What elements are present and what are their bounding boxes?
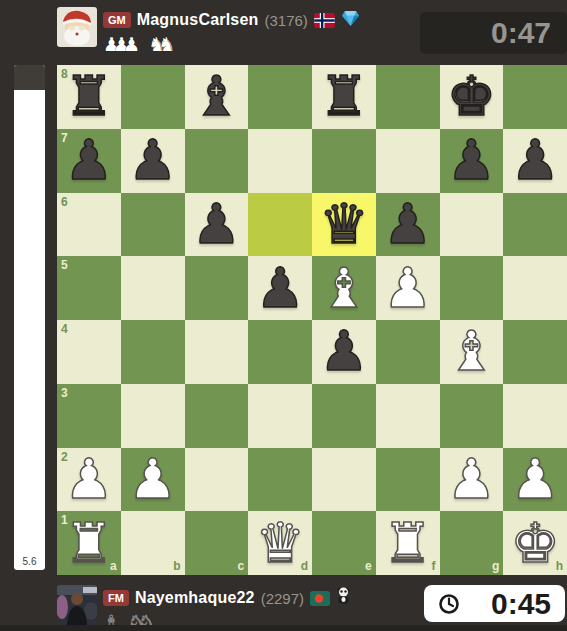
square-a4[interactable]: 4 xyxy=(57,320,121,384)
square-c4[interactable] xyxy=(185,320,249,384)
white-bishop[interactable]: ♝ xyxy=(312,256,376,320)
square-g7[interactable]: ♟ xyxy=(440,129,504,193)
black-pawn[interactable]: ♟ xyxy=(121,129,185,193)
square-f2[interactable] xyxy=(376,448,440,512)
diamond-icon xyxy=(341,10,360,31)
player-name-top[interactable]: MagnusCarlsen xyxy=(137,11,259,29)
square-f7[interactable] xyxy=(376,129,440,193)
rank-label-3: 3 xyxy=(61,387,68,399)
rank-label-4: 4 xyxy=(61,323,68,335)
white-pawn[interactable]: ♟ xyxy=(503,448,567,512)
white-rook[interactable]: ♜ xyxy=(57,511,121,575)
white-king[interactable]: ♚ xyxy=(503,511,567,575)
square-d1[interactable]: d♛ xyxy=(248,511,312,575)
square-a1[interactable]: 1a♜ xyxy=(57,511,121,575)
white-bishop[interactable]: ♝ xyxy=(440,320,504,384)
black-pawn[interactable]: ♟ xyxy=(57,129,121,193)
clock-bottom-time: 0:45 xyxy=(491,587,551,621)
square-f6[interactable]: ♟ xyxy=(376,193,440,257)
square-d5[interactable]: ♟ xyxy=(248,256,312,320)
square-b8[interactable] xyxy=(121,65,185,129)
square-b5[interactable] xyxy=(121,256,185,320)
white-rook[interactable]: ♜ xyxy=(376,511,440,575)
square-e6[interactable]: ♛ xyxy=(312,193,376,257)
square-e5[interactable]: ♝ xyxy=(312,256,376,320)
square-a2[interactable]: 2♟ xyxy=(57,448,121,512)
square-e8[interactable]: ♜ xyxy=(312,65,376,129)
square-d3[interactable] xyxy=(248,384,312,448)
square-d8[interactable] xyxy=(248,65,312,129)
square-g3[interactable] xyxy=(440,384,504,448)
player-bar-bottom: FM Nayemhaque22 (2297) xyxy=(0,578,567,631)
square-c1[interactable]: c xyxy=(185,511,249,575)
chess-board: 8♜♝♜♚7♟♟♟♟6♟♛♟5♟♝♟4♟♝32♟♟♟♟1a♜bcd♛ef♜gh♚ xyxy=(57,65,567,575)
captured-pawn-group: ♟♟♟ xyxy=(103,34,140,54)
black-queen[interactable]: ♛ xyxy=(312,193,376,257)
square-h8[interactable] xyxy=(503,65,567,129)
black-pawn[interactable]: ♟ xyxy=(376,193,440,257)
square-b7[interactable]: ♟ xyxy=(121,129,185,193)
square-g5[interactable] xyxy=(440,256,504,320)
player-bar-top: GM MagnusCarlsen (3176) xyxy=(0,0,567,58)
bangladesh-flag-icon xyxy=(310,591,330,606)
file-label-e: e xyxy=(365,560,372,572)
black-rook[interactable]: ♜ xyxy=(312,65,376,129)
clock-icon xyxy=(438,593,460,615)
square-f3[interactable] xyxy=(376,384,440,448)
square-d6[interactable] xyxy=(248,193,312,257)
square-f4[interactable] xyxy=(376,320,440,384)
captured-knight-icon: ♞ xyxy=(158,34,175,54)
captured-pieces-top: ♟♟♟♞♞ xyxy=(103,33,360,55)
norway-flag-icon xyxy=(314,13,335,28)
square-a3[interactable]: 3 xyxy=(57,384,121,448)
square-g6[interactable] xyxy=(440,193,504,257)
square-f5[interactable]: ♟ xyxy=(376,256,440,320)
square-b1[interactable]: b xyxy=(121,511,185,575)
black-pawn[interactable]: ♟ xyxy=(503,129,567,193)
square-e7[interactable] xyxy=(312,129,376,193)
rank-label-6: 6 xyxy=(61,196,68,208)
square-g8[interactable]: ♚ xyxy=(440,65,504,129)
bottom-strip xyxy=(0,625,567,631)
santa-avatar-image xyxy=(57,7,97,47)
black-pawn[interactable]: ♟ xyxy=(248,256,312,320)
player-name-bottom[interactable]: Nayemhaque22 xyxy=(135,589,255,607)
square-e1[interactable]: e xyxy=(312,511,376,575)
title-badge-top: GM xyxy=(103,12,131,28)
square-h7[interactable]: ♟ xyxy=(503,129,567,193)
square-c3[interactable] xyxy=(185,384,249,448)
clock-top-time: 0:47 xyxy=(491,16,551,50)
title-badge-bottom: FM xyxy=(103,590,129,606)
player-rating-bottom: (2297) xyxy=(261,590,304,607)
square-h2[interactable]: ♟ xyxy=(503,448,567,512)
white-pawn[interactable]: ♟ xyxy=(121,448,185,512)
eval-bar: 5.6 xyxy=(14,65,45,570)
black-king[interactable]: ♚ xyxy=(440,65,504,129)
white-pawn[interactable]: ♟ xyxy=(57,448,121,512)
square-d2[interactable] xyxy=(248,448,312,512)
white-pawn[interactable]: ♟ xyxy=(376,256,440,320)
square-h5[interactable] xyxy=(503,256,567,320)
rank-label-5: 5 xyxy=(61,259,68,271)
square-b2[interactable]: ♟ xyxy=(121,448,185,512)
black-rook[interactable]: ♜ xyxy=(57,65,121,129)
square-c8[interactable]: ♝ xyxy=(185,65,249,129)
chess-app: GM MagnusCarlsen (3176) xyxy=(0,0,567,631)
square-g1[interactable]: g xyxy=(440,511,504,575)
square-h1[interactable]: h♚ xyxy=(503,511,567,575)
square-a8[interactable]: 8♜ xyxy=(57,65,121,129)
player-info-top: GM MagnusCarlsen (3176) xyxy=(103,9,360,55)
square-e4[interactable]: ♟ xyxy=(312,320,376,384)
file-label-b: b xyxy=(173,560,180,572)
square-h4[interactable] xyxy=(503,320,567,384)
black-pawn[interactable]: ♟ xyxy=(185,193,249,257)
square-e2[interactable] xyxy=(312,448,376,512)
square-d7[interactable] xyxy=(248,129,312,193)
file-label-g: g xyxy=(492,560,499,572)
clock-top: 0:47 xyxy=(420,12,567,54)
square-d4[interactable] xyxy=(248,320,312,384)
square-h3[interactable] xyxy=(503,384,567,448)
eval-score: 5.6 xyxy=(14,556,45,567)
square-a6[interactable]: 6 xyxy=(57,193,121,257)
black-pawn[interactable]: ♟ xyxy=(440,129,504,193)
square-b4[interactable] xyxy=(121,320,185,384)
clock-bottom: 0:45 xyxy=(424,585,565,622)
square-f8[interactable] xyxy=(376,65,440,129)
player-rating-top: (3176) xyxy=(264,12,307,29)
square-h6[interactable] xyxy=(503,193,567,257)
square-g2[interactable]: ♟ xyxy=(440,448,504,512)
square-e3[interactable] xyxy=(312,384,376,448)
square-f1[interactable]: f♜ xyxy=(376,511,440,575)
avatar-bottom[interactable] xyxy=(57,585,97,625)
eval-black-portion xyxy=(14,65,45,90)
file-label-c: c xyxy=(238,560,245,572)
square-c7[interactable] xyxy=(185,129,249,193)
black-pawn[interactable]: ♟ xyxy=(312,320,376,384)
square-g4[interactable]: ♝ xyxy=(440,320,504,384)
black-bishop[interactable]: ♝ xyxy=(185,65,249,129)
square-c5[interactable] xyxy=(185,256,249,320)
panda-icon xyxy=(336,587,351,609)
square-a7[interactable]: 7♟ xyxy=(57,129,121,193)
square-b6[interactable] xyxy=(121,193,185,257)
square-b3[interactable] xyxy=(121,384,185,448)
avatar-top[interactable] xyxy=(57,7,97,47)
square-c6[interactable]: ♟ xyxy=(185,193,249,257)
square-c2[interactable] xyxy=(185,448,249,512)
white-queen[interactable]: ♛ xyxy=(248,511,312,575)
photo-avatar-image xyxy=(57,585,97,625)
captured-knight-group: ♞♞ xyxy=(148,34,175,54)
square-a5[interactable]: 5 xyxy=(57,256,121,320)
captured-pawn-icon: ♟ xyxy=(123,34,140,54)
white-pawn[interactable]: ♟ xyxy=(440,448,504,512)
